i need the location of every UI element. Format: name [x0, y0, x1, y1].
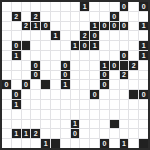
cell-r14c9-empty[interactable]: [90, 139, 99, 148]
cell-r8c7-empty[interactable]: [71, 80, 80, 89]
cell-r3c13-empty[interactable]: [129, 31, 138, 40]
cell-r7c0-empty[interactable]: [2, 71, 11, 80]
cell-r11c3-empty[interactable]: [31, 110, 40, 119]
cell-r14c7-empty[interactable]: [71, 139, 80, 148]
cell-r6c12-dark[interactable]: [120, 61, 129, 70]
cell-r5c14-clue-1[interactable]: 1: [139, 51, 148, 60]
cell-r6c11-clue-0[interactable]: 0: [110, 61, 119, 70]
cell-r6c13-clue-2[interactable]: 2: [129, 61, 138, 70]
cell-r10c13-empty[interactable]: [129, 100, 138, 109]
cell-r0c13-empty[interactable]: [129, 2, 138, 11]
cell-r8c8-empty[interactable]: [80, 80, 89, 89]
cell-r1c14-empty[interactable]: [139, 12, 148, 21]
cell-r10c0-empty[interactable]: [2, 100, 11, 109]
cell-r11c13-empty[interactable]: [129, 110, 138, 119]
cell-r4c8-clue-0[interactable]: 0: [80, 41, 89, 50]
cell-r14c8-empty[interactable]: [80, 139, 89, 148]
cell-r7c13-empty[interactable]: [129, 71, 138, 80]
cell-r14c4-clue-1[interactable]: 1: [41, 139, 50, 148]
cell-r14c3-empty[interactable]: [31, 139, 40, 148]
cell-r6c5-empty[interactable]: [51, 61, 60, 70]
cell-r4c2-dark[interactable]: [22, 41, 31, 50]
cell-r7c3-clue-0[interactable]: 0: [31, 71, 40, 80]
cell-r12c14-empty[interactable]: [139, 120, 148, 129]
cell-r0c3-empty[interactable]: [31, 2, 40, 11]
cell-r12c8-empty[interactable]: [80, 120, 89, 129]
cell-r1c1-clue-2[interactable]: 2: [12, 12, 21, 21]
cell-r6c1-empty[interactable]: [12, 61, 21, 70]
cell-r12c3-empty[interactable]: [31, 120, 40, 129]
cell-r4c1-clue-0[interactable]: 0: [12, 41, 21, 50]
cell-r2c10-clue-0[interactable]: 0: [100, 22, 109, 31]
cell-r2c3-clue-1[interactable]: 1: [31, 22, 40, 31]
cell-r2c7-empty[interactable]: [71, 22, 80, 31]
cell-r1c9-empty[interactable]: [90, 12, 99, 21]
cell-r3c11-empty[interactable]: [110, 31, 119, 40]
cell-r9c11-empty[interactable]: [110, 90, 119, 99]
cell-r13c13-empty[interactable]: [129, 129, 138, 138]
cell-r5c6-empty[interactable]: [61, 51, 70, 60]
cell-r1c6-empty[interactable]: [61, 12, 70, 21]
cell-r14c1-empty[interactable]: [12, 139, 21, 148]
cell-r0c10-empty[interactable]: [100, 2, 109, 11]
cell-r10c14-empty[interactable]: [139, 100, 148, 109]
cell-r2c13-empty[interactable]: [129, 22, 138, 31]
cell-r10c4-empty[interactable]: [41, 100, 50, 109]
cell-r5c2-empty[interactable]: [22, 51, 31, 60]
cell-r2c9-clue-1[interactable]: 1: [90, 22, 99, 31]
cell-r1c2-empty[interactable]: [22, 12, 31, 21]
cell-r3c14-empty[interactable]: [139, 31, 148, 40]
cell-r5c9-empty[interactable]: [90, 51, 99, 60]
cell-r4c9-clue-1[interactable]: 1: [90, 41, 99, 50]
cell-r2c5-empty[interactable]: [51, 22, 60, 31]
cell-r3c9-clue-0[interactable]: 0: [90, 31, 99, 40]
cell-r0c6-empty[interactable]: [61, 2, 70, 11]
cell-r9c5-empty[interactable]: [51, 90, 60, 99]
cell-r7c9-empty[interactable]: [90, 71, 99, 80]
cell-r6c14-empty[interactable]: [139, 61, 148, 70]
cell-r9c2-empty[interactable]: [22, 90, 31, 99]
cell-r7c12-clue-2[interactable]: 2: [120, 71, 129, 80]
cell-r11c14-empty[interactable]: [139, 110, 148, 119]
cell-r9c13-dark[interactable]: [129, 90, 138, 99]
cell-r1c3-clue-2[interactable]: 2: [31, 12, 40, 21]
cell-r8c1-empty[interactable]: [12, 80, 21, 89]
cell-r1c0-empty[interactable]: [2, 12, 11, 21]
cell-r14c6-empty[interactable]: [61, 139, 70, 148]
cell-r4c4-empty[interactable]: [41, 41, 50, 50]
cell-r3c8-clue-2[interactable]: 2: [80, 31, 89, 40]
cell-r0c0-empty[interactable]: [2, 2, 11, 11]
cell-r13c6-empty[interactable]: [61, 129, 70, 138]
cell-r2c8-empty[interactable]: [80, 22, 89, 31]
cell-r0c7-empty[interactable]: [71, 2, 80, 11]
cell-r5c11-empty[interactable]: [110, 51, 119, 60]
cell-r10c5-empty[interactable]: [51, 100, 60, 109]
cell-r5c10-empty[interactable]: [100, 51, 109, 60]
cell-r13c1-clue-1[interactable]: 1: [12, 129, 21, 138]
cell-r11c4-empty[interactable]: [41, 110, 50, 119]
cell-r3c0-empty[interactable]: [2, 31, 11, 40]
cell-r9c14-clue-0[interactable]: 0: [139, 90, 148, 99]
cell-r11c1-empty[interactable]: [12, 110, 21, 119]
cell-r9c0-empty[interactable]: [2, 90, 11, 99]
cell-r9c3-empty[interactable]: [31, 90, 40, 99]
cell-r0c4-empty[interactable]: [41, 2, 50, 11]
cell-r0c1-empty[interactable]: [12, 2, 21, 11]
cell-r6c6-clue-0[interactable]: 0: [61, 61, 70, 70]
cell-r6c2-empty[interactable]: [22, 61, 31, 70]
cell-r12c5-empty[interactable]: [51, 120, 60, 129]
cell-r6c4-empty[interactable]: [41, 61, 50, 70]
cell-r14c10-clue-0[interactable]: 0: [100, 139, 109, 148]
cell-r3c10-empty[interactable]: [100, 31, 109, 40]
cell-r13c0-empty[interactable]: [2, 129, 11, 138]
cell-r0c9-empty[interactable]: [90, 2, 99, 11]
cell-r8c10-clue-0[interactable]: 0: [100, 80, 109, 89]
cell-r7c6-clue-0[interactable]: 0: [61, 71, 70, 80]
cell-r10c7-empty[interactable]: [71, 100, 80, 109]
cell-r5c0-empty[interactable]: [2, 51, 11, 60]
cell-r8c4-dark[interactable]: [41, 80, 50, 89]
cell-r2c14-clue-1[interactable]: 1: [139, 22, 148, 31]
cell-r8c14-empty[interactable]: [139, 80, 148, 89]
cell-r11c8-empty[interactable]: [80, 110, 89, 119]
cell-r12c7-clue-1[interactable]: 1: [71, 120, 80, 129]
cell-r2c4-clue-0[interactable]: 0: [41, 22, 50, 31]
cell-r1c12-empty[interactable]: [120, 12, 129, 21]
cell-r11c0-empty[interactable]: [2, 110, 11, 119]
cell-r3c2-empty[interactable]: [22, 31, 31, 40]
cell-r2c12-clue-0[interactable]: 0: [120, 22, 129, 31]
cell-r13c8-empty[interactable]: [80, 129, 89, 138]
cell-r8c9-empty[interactable]: [90, 80, 99, 89]
cell-r10c9-empty[interactable]: [90, 100, 99, 109]
cell-r1c4-empty[interactable]: [41, 12, 50, 21]
cell-r8c6-clue-1[interactable]: 1: [61, 80, 70, 89]
cell-r9c7-empty[interactable]: [71, 90, 80, 99]
cell-r10c11-empty[interactable]: [110, 100, 119, 109]
cell-r6c3-clue-0[interactable]: 0: [31, 61, 40, 70]
cell-r12c11-dark[interactable]: [110, 120, 119, 129]
cell-r4c10-empty[interactable]: [100, 41, 109, 50]
cell-r13c14-empty[interactable]: [139, 129, 148, 138]
cell-r1c7-empty[interactable]: [71, 12, 80, 21]
cell-r11c12-empty[interactable]: [120, 110, 129, 119]
cell-r14c0-empty[interactable]: [2, 139, 11, 148]
cell-r11c6-empty[interactable]: [61, 110, 70, 119]
cell-r9c6-empty[interactable]: [61, 90, 70, 99]
cell-r11c7-empty[interactable]: [71, 110, 80, 119]
cell-r8c11-empty[interactable]: [110, 80, 119, 89]
cell-r5c5-empty[interactable]: [51, 51, 60, 60]
cell-r3c12-empty[interactable]: [120, 31, 129, 40]
cell-r7c5-empty[interactable]: [51, 71, 60, 80]
cell-r14c12-clue-1[interactable]: 1: [120, 139, 129, 148]
cell-r6c8-empty[interactable]: [80, 61, 89, 70]
cell-r9c8-empty[interactable]: [80, 90, 89, 99]
cell-r7c8-empty[interactable]: [80, 71, 89, 80]
cell-r8c13-empty[interactable]: [129, 80, 138, 89]
cell-r12c12-empty[interactable]: [120, 120, 129, 129]
cell-r3c1-empty[interactable]: [12, 31, 21, 40]
cell-r9c10-empty[interactable]: [100, 90, 109, 99]
cell-r10c12-empty[interactable]: [120, 100, 129, 109]
cell-r7c10-clue-0[interactable]: 0: [100, 71, 109, 80]
cell-r5c7-empty[interactable]: [71, 51, 80, 60]
cell-r7c7-empty[interactable]: [71, 71, 80, 80]
cell-r9c1-clue-0[interactable]: 0: [12, 90, 21, 99]
cell-r6c9-empty[interactable]: [90, 61, 99, 70]
cell-r0c14-clue-0[interactable]: 0: [139, 2, 148, 11]
cell-r5c4-empty[interactable]: [41, 51, 50, 60]
cell-r8c2-clue-0[interactable]: 0: [22, 80, 31, 89]
cell-r0c11-empty[interactable]: [110, 2, 119, 11]
cell-r12c2-empty[interactable]: [22, 120, 31, 129]
cell-r14c5-dark[interactable]: [51, 139, 60, 148]
cell-r1c13-empty[interactable]: [129, 12, 138, 21]
cell-r8c12-empty[interactable]: [120, 80, 129, 89]
cell-r7c2-empty[interactable]: [22, 71, 31, 80]
cell-r1c8-empty[interactable]: [80, 12, 89, 21]
puzzle-grid: 1002202101000112001011101001020002001000…: [0, 0, 150, 150]
cell-r4c0-empty[interactable]: [2, 41, 11, 50]
cell-r12c13-empty[interactable]: [129, 120, 138, 129]
cell-r8c3-empty[interactable]: [31, 80, 40, 89]
cell-r4c3-empty[interactable]: [31, 41, 40, 50]
cell-r5c13-empty[interactable]: [129, 51, 138, 60]
cell-r10c6-empty[interactable]: [61, 100, 70, 109]
cell-r3c5-clue-1[interactable]: 1: [51, 31, 60, 40]
cell-r14c14-dark[interactable]: [139, 139, 148, 148]
cell-r0c2-empty[interactable]: [22, 2, 31, 11]
cell-r12c1-empty[interactable]: [12, 120, 21, 129]
cell-r5c8-empty[interactable]: [80, 51, 89, 60]
cell-r2c11-clue-0[interactable]: 0: [110, 22, 119, 31]
cell-r12c10-empty[interactable]: [100, 120, 109, 129]
cell-r2c1-empty[interactable]: [12, 22, 21, 31]
cell-r13c2-clue-1[interactable]: 1: [22, 129, 31, 138]
cell-r13c7-clue-0[interactable]: 0: [71, 129, 80, 138]
cell-r8c0-clue-0[interactable]: 0: [2, 80, 11, 89]
cell-r1c10-empty[interactable]: [100, 12, 109, 21]
cell-r9c4-empty[interactable]: [41, 90, 50, 99]
cell-r0c12-clue-0[interactable]: 0: [120, 2, 129, 11]
cell-r3c3-empty[interactable]: [31, 31, 40, 40]
cell-r11c11-empty[interactable]: [110, 110, 119, 119]
cell-r12c4-empty[interactable]: [41, 120, 50, 129]
cell-r13c10-empty[interactable]: [100, 129, 109, 138]
cell-r13c9-empty[interactable]: [90, 129, 99, 138]
cell-r11c5-empty[interactable]: [51, 110, 60, 119]
cell-r13c11-empty[interactable]: [110, 129, 119, 138]
cell-r12c0-empty[interactable]: [2, 120, 11, 129]
cell-r10c10-empty[interactable]: [100, 100, 109, 109]
cell-r1c11-clue-0[interactable]: 0: [110, 12, 119, 21]
cell-r2c6-empty[interactable]: [61, 22, 70, 31]
cell-r3c7-empty[interactable]: [71, 31, 80, 40]
cell-r12c9-empty[interactable]: [90, 120, 99, 129]
cell-r10c3-empty[interactable]: [31, 100, 40, 109]
cell-r4c6-empty[interactable]: [61, 41, 70, 50]
cell-r8c5-empty[interactable]: [51, 80, 60, 89]
cell-r12c6-empty[interactable]: [61, 120, 70, 129]
cell-r1c5-empty[interactable]: [51, 12, 60, 21]
cell-r9c9-clue-0[interactable]: 0: [90, 90, 99, 99]
cell-r3c6-empty[interactable]: [61, 31, 70, 40]
cell-r0c5-empty[interactable]: [51, 2, 60, 11]
cell-r4c14-clue-1[interactable]: 1: [139, 41, 148, 50]
cell-r7c1-empty[interactable]: [12, 71, 21, 80]
cell-r2c2-clue-2[interactable]: 2: [22, 22, 31, 31]
cell-r14c2-empty[interactable]: [22, 139, 31, 148]
cell-r5c12-clue-0[interactable]: 0: [120, 51, 129, 60]
cell-r7c4-empty[interactable]: [41, 71, 50, 80]
cell-r5c3-empty[interactable]: [31, 51, 40, 60]
cell-r7c14-empty[interactable]: [139, 71, 148, 80]
cell-r6c0-empty[interactable]: [2, 61, 11, 70]
cell-r11c10-empty[interactable]: [100, 110, 109, 119]
cell-r5c1-clue-1[interactable]: 1: [12, 51, 21, 60]
cell-r0c8-clue-1[interactable]: 1: [80, 2, 89, 11]
cell-r10c8-empty[interactable]: [80, 100, 89, 109]
cell-r4c12-empty[interactable]: [120, 41, 129, 50]
cell-r9c12-empty[interactable]: [120, 90, 129, 99]
cell-r13c12-empty[interactable]: [120, 129, 129, 138]
cell-r7c11-empty[interactable]: [110, 71, 119, 80]
cell-r4c13-empty[interactable]: [129, 41, 138, 50]
cell-r11c9-empty[interactable]: [90, 110, 99, 119]
cell-r6c7-empty[interactable]: [71, 61, 80, 70]
cell-r4c5-empty[interactable]: [51, 41, 60, 50]
cell-r14c13-empty[interactable]: [129, 139, 138, 148]
cell-r13c4-empty[interactable]: [41, 129, 50, 138]
cell-r2c0-empty[interactable]: [2, 22, 11, 31]
cell-r14c11-empty[interactable]: [110, 139, 119, 148]
cell-r10c1-clue-1[interactable]: 1: [12, 100, 21, 109]
cell-r6c10-clue-1[interactable]: 1: [100, 61, 109, 70]
cell-r10c2-empty[interactable]: [22, 100, 31, 109]
cell-r4c7-clue-1[interactable]: 1: [71, 41, 80, 50]
cell-r13c5-empty[interactable]: [51, 129, 60, 138]
cell-r11c2-empty[interactable]: [22, 110, 31, 119]
cell-r13c3-clue-2[interactable]: 2: [31, 129, 40, 138]
cell-r3c4-empty[interactable]: [41, 31, 50, 40]
cell-r4c11-empty[interactable]: [110, 41, 119, 50]
